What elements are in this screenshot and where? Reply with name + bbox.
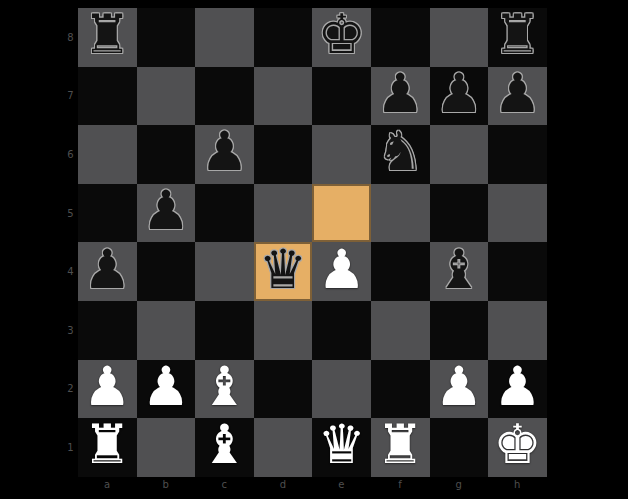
square-b6[interactable] — [137, 125, 196, 184]
file-labels: abcdefgh — [78, 477, 547, 492]
square-g3[interactable] — [430, 301, 489, 360]
square-d1[interactable] — [254, 418, 313, 477]
piece-black-pawn[interactable]: ♟ — [376, 67, 424, 121]
chess-board: ♜♚♜♟♟♟♟♞♟♟♛♟♝♟♟♝♟♟♜♝♛♜♚ — [78, 8, 547, 477]
square-d5[interactable] — [254, 184, 313, 243]
piece-white-bishop[interactable]: ♝ — [200, 360, 248, 414]
piece-black-pawn[interactable]: ♟ — [435, 67, 483, 121]
piece-white-pawn[interactable]: ♟ — [317, 243, 365, 297]
square-h5[interactable] — [488, 184, 547, 243]
square-e3[interactable] — [312, 301, 371, 360]
square-g1[interactable] — [430, 418, 489, 477]
square-d6[interactable] — [254, 125, 313, 184]
square-c7[interactable] — [195, 67, 254, 126]
square-b4[interactable] — [137, 242, 196, 301]
square-d2[interactable] — [254, 360, 313, 419]
square-g4[interactable]: ♝ — [430, 242, 489, 301]
square-d8[interactable] — [254, 8, 313, 67]
piece-white-queen[interactable]: ♛ — [317, 418, 365, 472]
square-e8[interactable]: ♚ — [312, 8, 371, 67]
rank-label-1: 1 — [54, 418, 76, 477]
square-a3[interactable] — [78, 301, 137, 360]
square-a8[interactable]: ♜ — [78, 8, 137, 67]
file-label-c: c — [195, 477, 254, 492]
rank-label-2: 2 — [54, 360, 76, 419]
square-g6[interactable] — [430, 125, 489, 184]
square-f6[interactable]: ♞ — [371, 125, 430, 184]
piece-white-rook[interactable]: ♜ — [376, 418, 424, 472]
square-h6[interactable] — [488, 125, 547, 184]
square-h4[interactable] — [488, 242, 547, 301]
square-a6[interactable] — [78, 125, 137, 184]
square-g7[interactable]: ♟ — [430, 67, 489, 126]
square-c6[interactable]: ♟ — [195, 125, 254, 184]
square-d4[interactable]: ♛ — [254, 242, 313, 301]
square-f5[interactable] — [371, 184, 430, 243]
piece-black-rook[interactable]: ♜ — [83, 8, 131, 62]
square-e7[interactable] — [312, 67, 371, 126]
piece-white-bishop[interactable]: ♝ — [200, 418, 248, 472]
square-b5[interactable]: ♟ — [137, 184, 196, 243]
square-c8[interactable] — [195, 8, 254, 67]
piece-white-pawn[interactable]: ♟ — [493, 360, 541, 414]
piece-black-bishop[interactable]: ♝ — [435, 243, 483, 297]
square-h7[interactable]: ♟ — [488, 67, 547, 126]
square-g5[interactable] — [430, 184, 489, 243]
square-a5[interactable] — [78, 184, 137, 243]
square-d3[interactable] — [254, 301, 313, 360]
square-f4[interactable] — [371, 242, 430, 301]
file-label-a: a — [78, 477, 137, 492]
piece-white-rook[interactable]: ♜ — [83, 418, 131, 472]
square-c4[interactable] — [195, 242, 254, 301]
square-h8[interactable]: ♜ — [488, 8, 547, 67]
rank-label-4: 4 — [54, 242, 76, 301]
square-f3[interactable] — [371, 301, 430, 360]
rank-label-6: 6 — [54, 125, 76, 184]
square-a4[interactable]: ♟ — [78, 242, 137, 301]
square-b1[interactable] — [137, 418, 196, 477]
square-h3[interactable] — [488, 301, 547, 360]
square-b3[interactable] — [137, 301, 196, 360]
file-label-h: h — [488, 477, 547, 492]
rank-label-8: 8 — [54, 8, 76, 67]
square-b8[interactable] — [137, 8, 196, 67]
piece-black-knight[interactable]: ♞ — [376, 125, 424, 179]
square-h2[interactable]: ♟ — [488, 360, 547, 419]
rank-label-7: 7 — [54, 67, 76, 126]
square-e1[interactable]: ♛ — [312, 418, 371, 477]
square-g8[interactable] — [430, 8, 489, 67]
square-f2[interactable] — [371, 360, 430, 419]
file-label-d: d — [254, 477, 313, 492]
piece-black-king[interactable]: ♚ — [317, 8, 365, 62]
file-label-g: g — [430, 477, 489, 492]
piece-black-rook[interactable]: ♜ — [493, 8, 541, 62]
piece-white-pawn[interactable]: ♟ — [83, 360, 131, 414]
square-b7[interactable] — [137, 67, 196, 126]
square-e5[interactable] — [312, 184, 371, 243]
chessboard-app: 87654321 ♜♚♜♟♟♟♟♞♟♟♛♟♝♟♟♝♟♟♜♝♛♜♚ abcdefg… — [0, 0, 628, 499]
square-a2[interactable]: ♟ — [78, 360, 137, 419]
square-a7[interactable] — [78, 67, 137, 126]
piece-white-pawn[interactable]: ♟ — [142, 360, 190, 414]
file-label-b: b — [137, 477, 196, 492]
square-h1[interactable]: ♚ — [488, 418, 547, 477]
square-e4[interactable]: ♟ — [312, 242, 371, 301]
piece-black-queen[interactable]: ♛ — [259, 243, 307, 297]
square-e6[interactable] — [312, 125, 371, 184]
square-f1[interactable]: ♜ — [371, 418, 430, 477]
square-b2[interactable]: ♟ — [137, 360, 196, 419]
piece-black-pawn[interactable]: ♟ — [142, 184, 190, 238]
rank-label-3: 3 — [54, 301, 76, 360]
piece-black-pawn[interactable]: ♟ — [200, 125, 248, 179]
piece-white-king[interactable]: ♚ — [493, 418, 541, 472]
file-label-f: f — [371, 477, 430, 492]
square-f7[interactable]: ♟ — [371, 67, 430, 126]
square-f8[interactable] — [371, 8, 430, 67]
piece-black-pawn[interactable]: ♟ — [83, 243, 131, 297]
square-c5[interactable] — [195, 184, 254, 243]
square-a1[interactable]: ♜ — [78, 418, 137, 477]
square-c3[interactable] — [195, 301, 254, 360]
rank-label-5: 5 — [54, 184, 76, 243]
file-label-e: e — [312, 477, 371, 492]
rank-labels: 87654321 — [54, 8, 76, 477]
square-c1[interactable]: ♝ — [195, 418, 254, 477]
square-e2[interactable] — [312, 360, 371, 419]
piece-white-pawn[interactable]: ♟ — [435, 360, 483, 414]
square-c2[interactable]: ♝ — [195, 360, 254, 419]
piece-black-pawn[interactable]: ♟ — [493, 67, 541, 121]
square-g2[interactable]: ♟ — [430, 360, 489, 419]
square-d7[interactable] — [254, 67, 313, 126]
